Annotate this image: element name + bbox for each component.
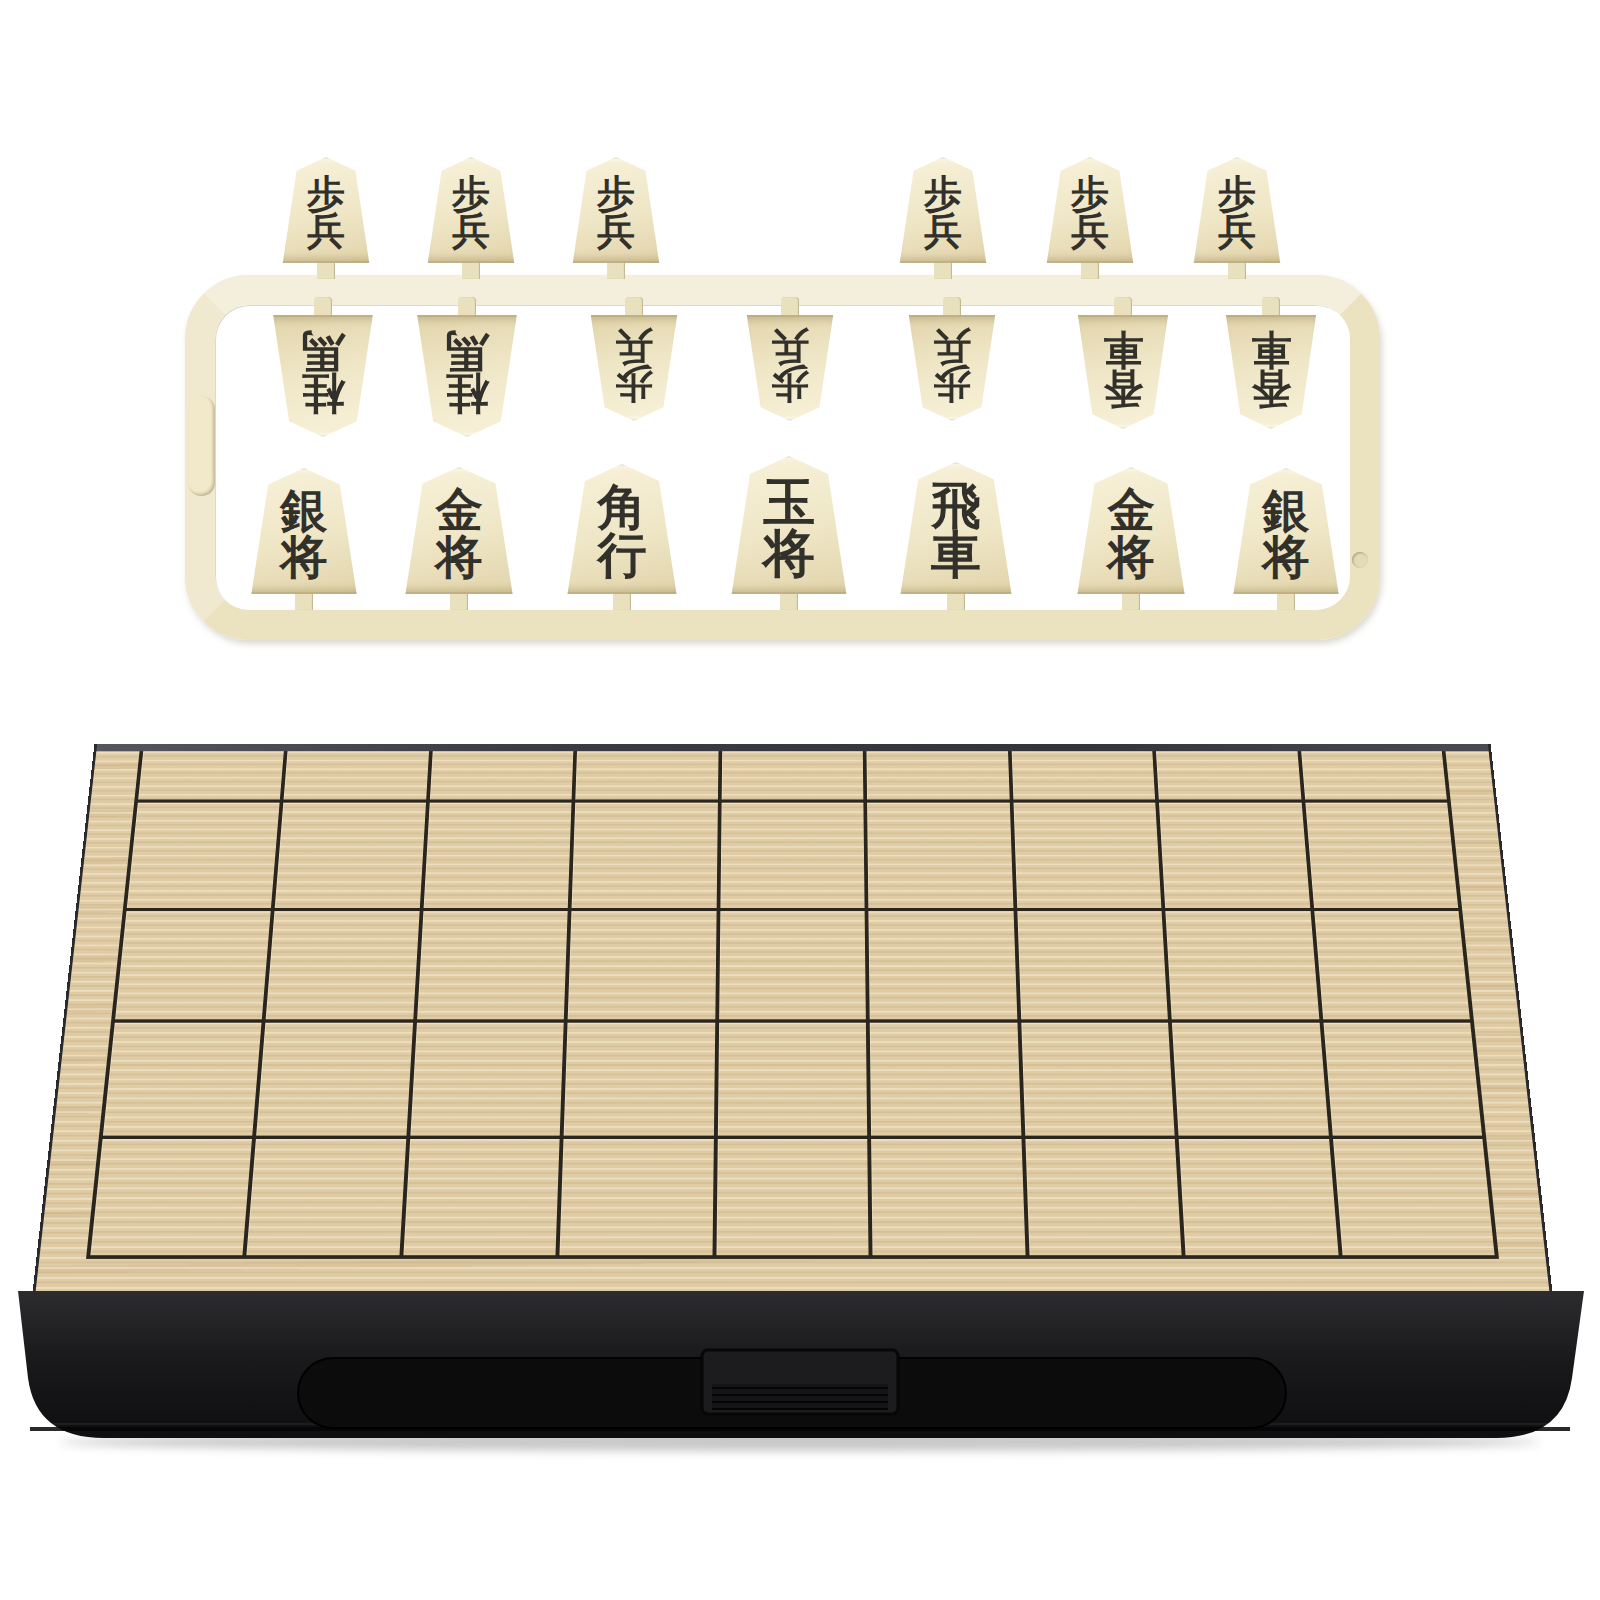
piece-kanji: 兵 (933, 328, 971, 365)
sprue-gate-tab (314, 297, 332, 317)
sprue-gate-tab (458, 297, 476, 317)
piece-kanji: 香 (1103, 369, 1143, 408)
piece-kanji: 歩 (615, 365, 653, 402)
piece-kanji: 歩 (924, 176, 962, 213)
piece-kanji: 行 (598, 532, 647, 580)
piece-kanji: 将 (436, 534, 483, 580)
piece-kanji: 金 (436, 487, 483, 533)
sprue-gate-tab (625, 297, 643, 317)
piece-kanji: 兵 (771, 328, 809, 365)
piece-kanji: 馬 (302, 331, 345, 373)
piece-kanji: 兵 (307, 213, 345, 250)
sprue-gate-tab (1114, 297, 1132, 317)
piece-kanji: 歩 (1218, 176, 1256, 213)
piece-kanji: 将 (1108, 534, 1155, 580)
product-photo-scene: 歩兵歩兵歩兵歩兵歩兵歩兵桂馬桂馬歩兵歩兵歩兵香車香車銀将金将角行玉将飛車金将銀将 (0, 0, 1600, 1600)
piece-kanji: 歩 (771, 365, 809, 402)
piece-kanji: 歩 (452, 176, 490, 213)
piece-kanji: 兵 (452, 213, 490, 250)
latch-grip-ridges (712, 1384, 888, 1410)
piece-kanji: 歩 (1071, 176, 1109, 213)
piece-kanji: 兵 (1218, 213, 1256, 250)
piece-kanji: 桂 (302, 373, 345, 415)
piece-kanji: 香 (1251, 369, 1291, 408)
piece-kanji: 歩 (597, 176, 635, 213)
piece-kanji: 飛 (931, 482, 981, 531)
piece-kanji: 金 (1108, 487, 1155, 533)
piece-kanji: 桂 (446, 373, 489, 415)
piece-kanji: 兵 (1071, 213, 1109, 250)
piece-kanji: 銀 (281, 488, 328, 534)
sprue-gate-tab (1262, 297, 1280, 317)
piece-kanji: 玉 (763, 477, 815, 528)
sprue-gate-tab (943, 297, 961, 317)
piece-kanji: 車 (1251, 330, 1291, 369)
piece-kanji: 将 (1263, 534, 1310, 580)
piece-kanji: 角 (598, 484, 647, 532)
piece-kanji: 兵 (924, 213, 962, 250)
piece-kanji: 歩 (307, 176, 345, 213)
piece-kanji: 馬 (446, 331, 489, 373)
case-base-graphic (0, 0, 1600, 1600)
piece-kanji: 兵 (597, 213, 635, 250)
piece-kanji: 将 (763, 528, 815, 579)
piece-kanji: 車 (1103, 330, 1143, 369)
sprue-gate-tab (781, 297, 799, 317)
piece-kanji: 銀 (1263, 488, 1310, 534)
piece-kanji: 将 (281, 534, 328, 580)
piece-kanji: 兵 (615, 328, 653, 365)
piece-kanji: 歩 (933, 365, 971, 402)
piece-kanji: 車 (931, 531, 981, 580)
